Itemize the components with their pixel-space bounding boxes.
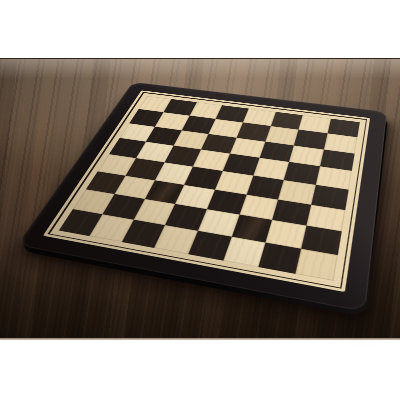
photo-bottom-edge — [0, 338, 400, 340]
square-h1 — [295, 249, 337, 281]
playing-field — [59, 96, 360, 281]
product-photo — [0, 0, 400, 400]
square-g1 — [259, 242, 301, 273]
